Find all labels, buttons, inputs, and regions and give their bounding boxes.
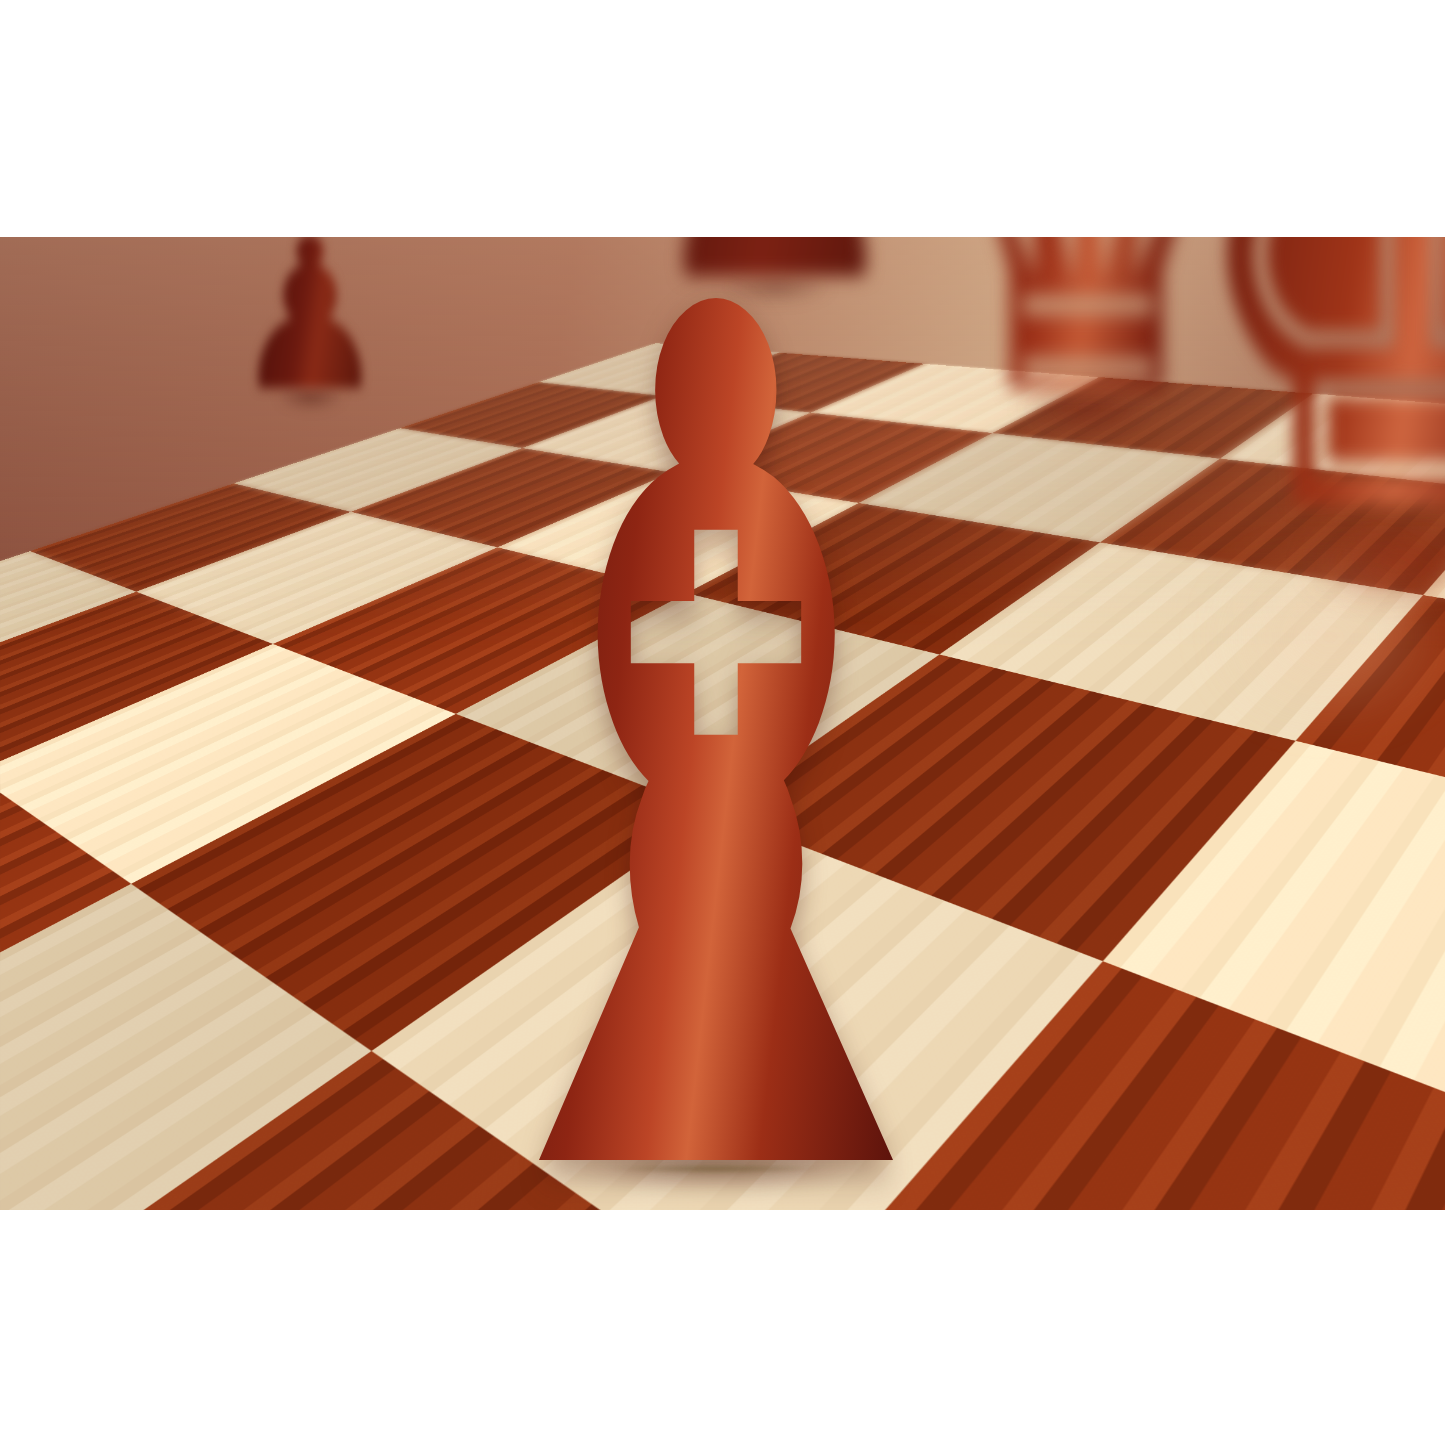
product-photo: ♝♟♟♛♚ [0,0,1445,1445]
photo-crop-band: ♝♟♟♛♚ [0,237,1445,1210]
pieces-layer: ♝♟♟♛♚ [0,237,1445,1210]
piece-bishop-e4: ♝ [377,237,1054,1210]
piece-pawn-c5: ♟ [233,237,387,421]
piece-king-g5: ♚ [1175,237,1445,606]
